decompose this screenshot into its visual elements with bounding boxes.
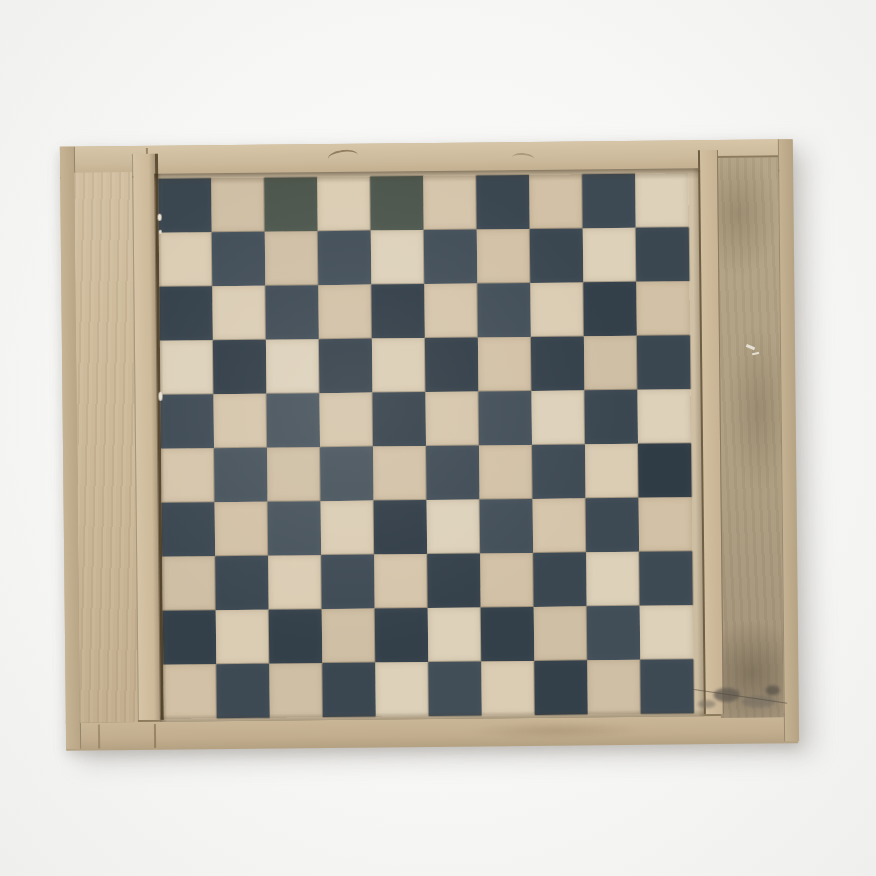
square-r9c4 — [322, 609, 376, 664]
square-r3c4 — [318, 285, 372, 340]
wood-grain-mark — [327, 147, 359, 166]
square-r2c3 — [265, 231, 319, 286]
square-r9c10 — [640, 605, 694, 660]
paint-speck — [159, 230, 162, 234]
square-r4c1 — [160, 340, 214, 395]
square-r4c5 — [372, 338, 426, 393]
dirt-smudge — [766, 685, 780, 695]
square-r2c10[interactable] — [636, 227, 690, 282]
square-r5c7[interactable] — [478, 391, 532, 446]
square-r2c5 — [371, 230, 425, 285]
square-r7c1[interactable] — [162, 502, 216, 557]
square-r10c10[interactable] — [640, 659, 694, 714]
square-r1c5[interactable] — [370, 176, 424, 231]
square-r8c2[interactable] — [215, 556, 269, 611]
square-r3c5[interactable] — [371, 284, 425, 339]
square-r6c4[interactable] — [320, 447, 374, 502]
bottom-rail-seam — [98, 724, 100, 748]
square-r3c1[interactable] — [159, 286, 213, 341]
square-r3c10 — [636, 281, 690, 336]
paint-speck — [158, 392, 162, 401]
square-r5c5[interactable] — [372, 392, 426, 447]
square-r4c4[interactable] — [319, 339, 373, 394]
square-r2c2[interactable] — [212, 232, 266, 287]
square-r10c6[interactable] — [428, 661, 482, 716]
square-r2c1 — [159, 232, 213, 287]
wood-grain-mark — [512, 152, 535, 164]
square-r10c8[interactable] — [534, 660, 588, 715]
square-r10c5 — [375, 662, 429, 717]
square-r7c3[interactable] — [268, 501, 322, 556]
square-r2c4[interactable] — [318, 231, 372, 286]
square-r5c9[interactable] — [584, 390, 638, 445]
square-r1c9[interactable] — [582, 174, 636, 229]
square-r6c8[interactable] — [532, 444, 586, 499]
square-r6c7 — [479, 445, 533, 500]
square-r7c10 — [639, 497, 693, 552]
square-r4c9 — [584, 336, 638, 391]
square-r10c7 — [481, 661, 535, 716]
square-r10c2[interactable] — [216, 664, 270, 719]
game-box — [60, 139, 798, 749]
square-r9c3[interactable] — [269, 609, 323, 664]
square-r3c2 — [212, 286, 266, 341]
square-r6c9 — [585, 444, 639, 499]
square-r6c6[interactable] — [426, 445, 480, 500]
square-r1c7[interactable] — [476, 175, 530, 230]
square-r3c9[interactable] — [583, 282, 637, 337]
square-r9c2 — [216, 610, 270, 665]
square-r7c5[interactable] — [374, 500, 428, 555]
square-r7c6 — [427, 499, 481, 554]
square-r5c8 — [531, 390, 585, 445]
square-r8c1 — [162, 556, 216, 611]
square-r2c9 — [583, 228, 637, 283]
square-r9c5[interactable] — [375, 608, 429, 663]
square-r9c1[interactable] — [163, 610, 217, 665]
square-r1c1[interactable] — [158, 178, 212, 233]
square-r7c8 — [533, 498, 587, 553]
square-r10c9 — [587, 660, 641, 715]
square-r1c2 — [211, 178, 265, 233]
paint-speck — [158, 214, 162, 221]
square-r5c10 — [637, 389, 691, 444]
square-r3c7[interactable] — [477, 283, 531, 338]
square-r4c3 — [266, 339, 320, 394]
square-r8c5 — [374, 554, 428, 609]
square-r1c8 — [529, 174, 583, 229]
right-side-panel — [715, 155, 784, 718]
square-r4c2[interactable] — [213, 340, 267, 395]
square-r6c3 — [267, 447, 321, 502]
square-r4c6[interactable] — [425, 337, 479, 392]
square-r1c6 — [423, 175, 477, 230]
square-r8c6[interactable] — [427, 553, 481, 608]
square-r8c7 — [480, 553, 534, 608]
square-r3c3[interactable] — [265, 285, 319, 340]
square-r8c3 — [268, 555, 322, 610]
square-r9c7[interactable] — [481, 607, 535, 662]
square-r8c4[interactable] — [321, 555, 375, 610]
square-r5c1[interactable] — [160, 394, 214, 449]
square-r2c8[interactable] — [530, 228, 584, 283]
square-r5c4 — [319, 393, 373, 448]
left-side-plank — [74, 172, 138, 723]
square-r10c1 — [163, 664, 217, 719]
square-r8c10[interactable] — [639, 551, 693, 606]
square-r3c8 — [530, 282, 584, 337]
square-r6c1 — [161, 448, 215, 503]
square-r3c6 — [424, 283, 478, 338]
square-r4c8[interactable] — [531, 336, 585, 391]
square-r1c10 — [635, 173, 689, 228]
checkerboard[interactable] — [158, 173, 694, 719]
square-r4c7 — [478, 337, 532, 392]
wood-stain — [466, 721, 646, 741]
square-r7c9[interactable] — [586, 498, 640, 553]
square-r7c7[interactable] — [480, 499, 534, 554]
photo-background — [0, 0, 876, 876]
square-r6c2[interactable] — [214, 448, 268, 503]
square-r6c5 — [373, 446, 427, 501]
square-r5c6 — [425, 391, 479, 446]
square-r2c7 — [477, 229, 531, 284]
square-r1c3[interactable] — [264, 177, 318, 232]
square-r2c6[interactable] — [424, 229, 478, 284]
bottom-rail-seam — [154, 724, 156, 748]
square-r5c3[interactable] — [266, 393, 320, 448]
square-r10c3 — [269, 663, 323, 718]
square-r6c10[interactable] — [638, 443, 692, 498]
square-r7c4 — [321, 501, 375, 556]
square-r10c4[interactable] — [322, 663, 376, 718]
square-r9c8 — [534, 606, 588, 661]
square-r8c9 — [586, 552, 640, 607]
square-r1c4 — [317, 177, 371, 232]
square-r9c6 — [428, 607, 482, 662]
square-r8c8[interactable] — [533, 552, 587, 607]
square-r4c10[interactable] — [637, 335, 691, 390]
square-r7c2 — [215, 502, 269, 557]
square-r9c9[interactable] — [587, 606, 641, 661]
square-r5c2 — [213, 394, 267, 449]
